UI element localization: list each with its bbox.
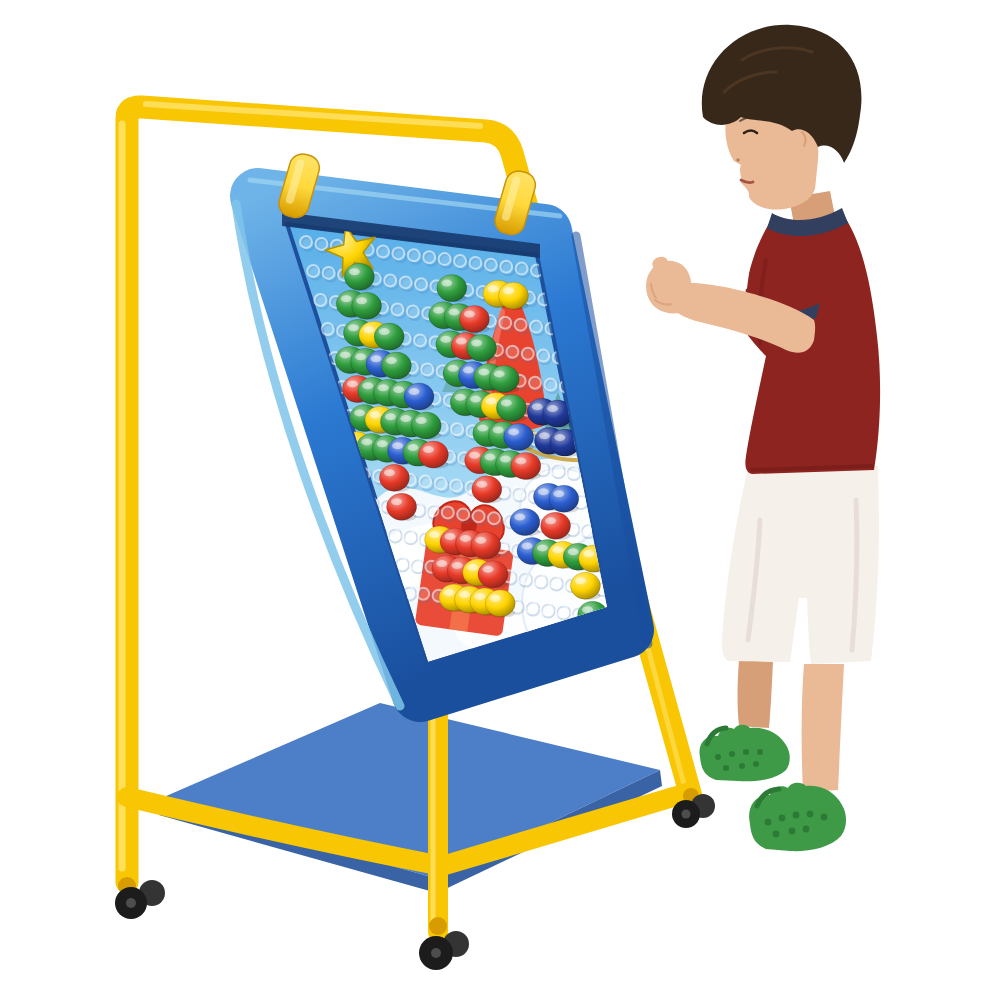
peg-hole (403, 530, 418, 545)
peg-red (541, 512, 571, 540)
peg-yellow (570, 572, 600, 600)
peg-hole (314, 294, 329, 309)
peg-hole (391, 304, 406, 319)
peg-hole (307, 265, 322, 280)
peg-hole (450, 479, 465, 494)
peg-hole (499, 317, 514, 332)
peg-hole (439, 253, 454, 268)
peg-red (387, 493, 417, 521)
peg-hole (485, 259, 500, 274)
peg-hole (415, 278, 430, 293)
boy-leg-far (738, 660, 774, 728)
peg-green (381, 352, 411, 380)
peg-hole (469, 257, 484, 272)
peg-hole (556, 605, 571, 620)
peg-hole (426, 505, 441, 519)
scene (0, 0, 1000, 1000)
peg-green (374, 323, 404, 351)
peg-green (344, 263, 374, 291)
peg-hole (407, 305, 422, 320)
peg-yellow (498, 282, 528, 310)
peg-hole (529, 377, 544, 392)
peg-hole (533, 574, 548, 589)
peg-hole (322, 323, 337, 338)
peg-hole (392, 247, 407, 262)
peg-blue (404, 383, 434, 411)
peg-board (236, 180, 648, 706)
peg-green (411, 412, 441, 440)
peg-hole (522, 348, 537, 363)
peg-hole (387, 528, 402, 543)
peg-hole (300, 236, 315, 251)
peg-hole (518, 572, 533, 587)
peg-red (459, 306, 489, 334)
peg-hole (525, 601, 540, 616)
peg-hole (454, 255, 469, 270)
peg-hole (414, 334, 429, 349)
peg-hole (400, 276, 415, 291)
peg-hole (551, 464, 566, 479)
peg-hole (423, 251, 438, 266)
peg-green (352, 292, 382, 320)
peg-hole (410, 559, 425, 574)
peg-hole (417, 588, 432, 603)
peg-green (467, 335, 497, 363)
peg-red (472, 476, 502, 504)
peg-red (478, 561, 508, 589)
peg-hole (457, 508, 472, 523)
peg-red (511, 452, 541, 480)
peg-hole (516, 263, 531, 278)
peg-green (489, 365, 519, 393)
boy-shirt (744, 216, 880, 474)
peg-yellow (485, 590, 515, 618)
peg-blue (510, 509, 540, 537)
peg-hole (566, 466, 581, 481)
peg-hole (530, 321, 545, 336)
peg-easel-photo (0, 0, 1000, 1000)
peg-hole (384, 275, 399, 290)
peg-hole (488, 512, 503, 527)
peg-hole (442, 507, 457, 522)
boy-croc-near (749, 783, 846, 851)
peg-hole (473, 510, 488, 525)
caster-wheel-left (115, 877, 165, 919)
peg-red (418, 441, 448, 469)
boy-nostril (736, 158, 739, 161)
caster-wheel-center (419, 917, 469, 970)
peg-hole (515, 319, 530, 334)
peg-green (496, 394, 526, 422)
peg-hole (451, 423, 466, 438)
peg-hole (540, 603, 555, 618)
peg-hole (377, 246, 392, 261)
boy-fist (646, 261, 692, 314)
peg-hole (549, 576, 564, 591)
peg-hole (512, 487, 527, 502)
peg-hole (408, 249, 423, 263)
peg-hole (435, 478, 450, 493)
peg-red (471, 532, 501, 560)
peg-hole (500, 261, 515, 276)
peg-hole (506, 346, 521, 361)
peg-hole (419, 476, 434, 491)
peg-green (437, 275, 467, 303)
peg-blue (504, 423, 534, 451)
boy-leg-near (802, 664, 844, 792)
boy-croc-far (699, 725, 789, 782)
peg-hole (537, 350, 552, 365)
peg-hole (323, 267, 338, 282)
peg-red (379, 464, 409, 492)
peg-hole (421, 363, 436, 378)
peg-blue (549, 485, 579, 513)
peg-hole (544, 379, 559, 394)
